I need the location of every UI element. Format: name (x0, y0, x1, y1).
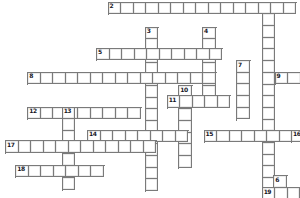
cell-2-across-2[interactable] (121, 3, 134, 15)
cell-5-across-10[interactable] (210, 49, 223, 61)
cell-12-across-2[interactable] (41, 108, 54, 120)
cell-8-across-6[interactable] (91, 73, 104, 85)
cell-3-down-7[interactable] (146, 98, 159, 110)
cell-2-across-11[interactable] (234, 3, 247, 15)
cell-1-down-10[interactable] (263, 108, 276, 120)
cell-10-down-3[interactable] (179, 109, 192, 121)
cell-2-across-4[interactable] (146, 3, 159, 15)
cell-6-down-1[interactable]: 6 (274, 176, 287, 188)
cell-1-down-4[interactable] (263, 38, 276, 50)
cell-2-across-10[interactable] (221, 3, 234, 15)
cell-8-across-4[interactable] (66, 73, 79, 85)
cell-1-down-6[interactable] (263, 61, 276, 73)
cell-17-across-3[interactable] (31, 141, 44, 153)
clue-number-5: 5 (98, 49, 102, 55)
cell-2-across-12[interactable] (246, 3, 259, 15)
cell-8-across-13[interactable] (178, 73, 191, 85)
cell-19-across-2[interactable] (275, 188, 288, 198)
cell-12-across-5[interactable] (78, 108, 91, 120)
clue-number-11: 11 (169, 97, 176, 103)
clue-number-13: 13 (64, 108, 71, 114)
cell-15-across-4[interactable] (242, 131, 255, 143)
clue-number-2: 2 (110, 3, 114, 9)
cell-17-across-10[interactable] (119, 141, 132, 153)
cell-1-down-9[interactable] (263, 96, 276, 108)
cell-2-across-7[interactable] (184, 3, 197, 15)
word-19-across: 19 (262, 187, 300, 198)
cell-5-across-5[interactable] (147, 49, 160, 61)
cell-8-across-10[interactable] (141, 73, 154, 85)
cell-1-down-14[interactable] (263, 155, 276, 167)
cell-12-across-1[interactable]: 12 (28, 108, 41, 120)
cell-18-across-5[interactable] (66, 166, 79, 178)
clue-number-4: 4 (204, 28, 208, 34)
cell-8-across-15[interactable] (203, 73, 216, 85)
cell-15-across-3[interactable] (230, 131, 243, 143)
cell-9-across-2[interactable] (288, 73, 300, 85)
cell-5-across-4[interactable] (135, 49, 148, 61)
cell-17-across-8[interactable] (94, 141, 107, 153)
cell-11-across-2[interactable] (180, 96, 193, 108)
word-7-down: 7 (236, 60, 251, 121)
cell-13-down-7[interactable] (63, 178, 76, 190)
cell-18-across-7[interactable] (91, 166, 104, 178)
cell-2-across-6[interactable] (171, 3, 184, 15)
clue-number-19: 19 (264, 189, 271, 195)
cell-19-across-1[interactable]: 19 (263, 188, 276, 198)
cell-11-across-5[interactable] (218, 96, 231, 108)
cell-1-down-8[interactable] (263, 85, 276, 97)
cell-17-across-9[interactable] (106, 141, 119, 153)
cell-17-across-4[interactable] (44, 141, 57, 153)
cell-16-across-1[interactable]: 16 (292, 131, 300, 143)
cell-7-down-4[interactable] (237, 96, 250, 108)
word-9-across: 9 (275, 72, 300, 86)
cell-8-across-14[interactable] (191, 73, 204, 85)
cell-17-across-2[interactable] (19, 141, 32, 153)
clue-number-9: 9 (277, 73, 281, 79)
cell-17-across-12[interactable] (144, 141, 157, 153)
cell-19-across-3[interactable] (288, 188, 300, 198)
word-4-down: 4 (202, 27, 217, 99)
word-18-across: 18 (15, 165, 105, 179)
word-2-across: 2 (108, 2, 298, 16)
cell-8-across-7[interactable] (103, 73, 116, 85)
cell-18-across-1[interactable]: 18 (16, 166, 29, 178)
cell-8-across-11[interactable] (153, 73, 166, 85)
cell-5-across-8[interactable] (185, 49, 198, 61)
cell-1-down-7[interactable] (263, 73, 276, 85)
clue-number-17: 17 (7, 142, 14, 148)
cell-15-across-6[interactable] (267, 131, 280, 143)
cell-2-across-1[interactable]: 2 (109, 3, 122, 15)
clue-number-14: 14 (89, 131, 96, 137)
cell-8-across-2[interactable] (41, 73, 54, 85)
cell-8-across-3[interactable] (53, 73, 66, 85)
word-11-across: 11 (167, 95, 232, 109)
crossword-board: 12345678910111213141516171819 (0, 0, 300, 198)
cell-12-across-6[interactable] (91, 108, 104, 120)
cell-12-across-9[interactable] (128, 108, 141, 120)
cell-1-down-13[interactable] (263, 143, 276, 155)
cell-17-across-11[interactable] (131, 141, 144, 153)
clue-number-15: 15 (206, 131, 213, 137)
cell-11-across-3[interactable] (193, 96, 206, 108)
cell-2-across-14[interactable] (271, 3, 284, 15)
cell-1-down-2[interactable] (263, 14, 276, 26)
cell-17-across-1[interactable]: 17 (6, 141, 19, 153)
cell-15-across-1[interactable]: 15 (205, 131, 218, 143)
cell-13-down-2[interactable] (63, 119, 76, 131)
cell-12-across-8[interactable] (116, 108, 129, 120)
cell-2-across-9[interactable] (209, 3, 222, 15)
word-16-across: 16 (291, 130, 300, 144)
cell-3-down-13[interactable] (146, 168, 159, 180)
cell-8-across-1[interactable]: 8 (28, 73, 41, 85)
clue-number-16: 16 (293, 131, 300, 137)
word-5-across: 5 (96, 48, 223, 62)
cell-7-down-5[interactable] (237, 108, 250, 120)
word-8-across: 8 (27, 72, 217, 86)
cell-5-across-3[interactable] (122, 49, 135, 61)
cell-14-across-7[interactable] (163, 131, 176, 143)
clue-number-7: 7 (238, 62, 242, 68)
clue-number-6: 6 (275, 177, 279, 183)
cell-8-across-8[interactable] (116, 73, 129, 85)
cell-7-down-1[interactable]: 7 (237, 61, 250, 73)
cell-17-across-7[interactable] (81, 141, 94, 153)
cell-5-across-7[interactable] (172, 49, 185, 61)
cell-7-down-2[interactable] (237, 73, 250, 85)
cell-18-across-2[interactable] (29, 166, 42, 178)
clue-number-10: 10 (180, 87, 187, 93)
cell-2-across-3[interactable] (134, 3, 147, 15)
cell-18-across-6[interactable] (79, 166, 92, 178)
cell-11-across-1[interactable]: 11 (168, 96, 181, 108)
cell-10-down-6[interactable] (179, 144, 192, 156)
clue-number-18: 18 (17, 166, 24, 172)
cell-1-down-3[interactable] (263, 26, 276, 38)
cell-2-across-13[interactable] (259, 3, 272, 15)
cell-7-down-3[interactable] (237, 84, 250, 96)
cell-18-across-4[interactable] (54, 166, 67, 178)
cell-8-across-9[interactable] (128, 73, 141, 85)
cell-8-across-5[interactable] (78, 73, 91, 85)
cell-15-across-5[interactable] (255, 131, 268, 143)
word-1-down: 1 (262, 2, 277, 191)
cell-3-down-12[interactable] (146, 156, 159, 168)
clue-number-12: 12 (29, 108, 36, 114)
cell-14-across-8[interactable] (176, 131, 189, 143)
cell-5-across-6[interactable] (160, 49, 173, 61)
cell-2-across-15[interactable] (284, 3, 297, 15)
cell-4-down-1[interactable]: 4 (203, 28, 216, 40)
cell-3-down-6[interactable] (146, 86, 159, 98)
cell-9-across-1[interactable]: 9 (276, 73, 289, 85)
word-15-across: 15 (204, 130, 294, 144)
cell-5-across-9[interactable] (197, 49, 210, 61)
cell-8-across-12[interactable] (166, 73, 179, 85)
cell-3-down-14[interactable] (146, 179, 159, 191)
clue-number-3: 3 (147, 28, 151, 34)
clue-number-8: 8 (29, 73, 33, 79)
cell-12-across-7[interactable] (103, 108, 116, 120)
cell-1-down-5[interactable] (263, 49, 276, 61)
cell-2-across-5[interactable] (159, 3, 172, 15)
word-17-across: 17 (5, 140, 157, 154)
cell-3-down-8[interactable] (146, 109, 159, 121)
cell-10-down-7[interactable] (179, 156, 192, 168)
cell-5-across-2[interactable] (110, 49, 123, 61)
cell-17-across-5[interactable] (56, 141, 69, 153)
cell-17-across-6[interactable] (69, 141, 82, 153)
cell-3-down-1[interactable]: 3 (146, 28, 159, 40)
cell-18-across-3[interactable] (41, 166, 54, 178)
cell-11-across-4[interactable] (205, 96, 218, 108)
cell-15-across-2[interactable] (217, 131, 230, 143)
word-12-across: 12 (27, 107, 142, 121)
cell-2-across-8[interactable] (196, 3, 209, 15)
cell-5-across-1[interactable]: 5 (97, 49, 110, 61)
cell-13-down-1[interactable]: 13 (63, 108, 76, 120)
